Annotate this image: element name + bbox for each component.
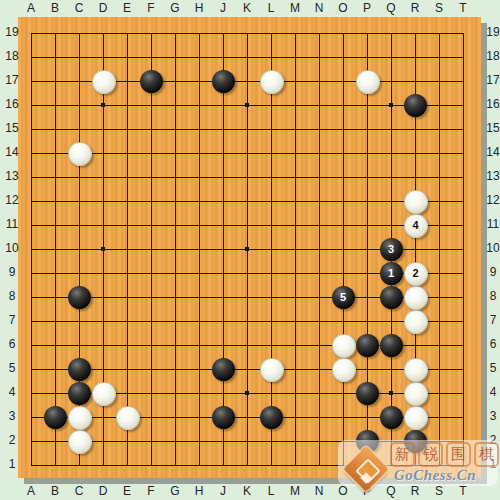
stone-white-R3[interactable] (404, 406, 428, 430)
coord-left-19: 19 (0, 25, 24, 40)
coord-bottom-S: S (427, 484, 451, 499)
stone-black-F17[interactable] (140, 70, 163, 93)
stone-black-J5[interactable] (212, 358, 235, 381)
coord-bottom-G: G (163, 484, 187, 499)
coord-top-D: D (91, 1, 115, 16)
coord-bottom-B: B (43, 484, 67, 499)
coord-right-12: 12 (481, 193, 500, 208)
coord-top-K: K (235, 1, 259, 16)
coord-left-16: 16 (0, 97, 24, 112)
coord-right-10: 10 (481, 241, 500, 256)
coord-left-15: 15 (0, 121, 24, 136)
coord-top-C: C (67, 1, 91, 16)
site-logo-icon (341, 444, 391, 494)
coord-bottom-M: M (283, 484, 307, 499)
stone-white-P17[interactable] (356, 70, 380, 94)
stone-black-P4[interactable] (356, 382, 379, 405)
stone-black-Q9[interactable]: 1 (380, 262, 403, 285)
coord-left-4: 4 (0, 385, 24, 400)
star-point-D16 (101, 103, 105, 107)
coord-left-8: 8 (0, 289, 24, 304)
coord-right-3: 3 (481, 409, 500, 424)
coord-top-B: B (43, 1, 67, 16)
coord-right-6: 6 (481, 337, 500, 352)
coord-left-9: 9 (0, 265, 24, 280)
coord-right-14: 14 (481, 145, 500, 160)
coord-top-F: F (139, 1, 163, 16)
move-number: 2 (412, 268, 418, 279)
coord-right-11: 11 (481, 217, 500, 232)
coord-bottom-J: J (211, 484, 235, 499)
coord-top-T: T (451, 1, 475, 16)
coord-bottom-E: E (115, 484, 139, 499)
stone-white-R8[interactable] (404, 286, 428, 310)
stone-white-C3[interactable] (68, 406, 92, 430)
stone-black-R16[interactable] (404, 94, 427, 117)
stone-white-E3[interactable] (116, 406, 140, 430)
coord-bottom-A: A (19, 484, 43, 499)
coord-right-18: 18 (481, 49, 500, 64)
stone-white-R9[interactable]: 2 (404, 262, 428, 286)
coord-top-E: E (115, 1, 139, 16)
go-board[interactable]: 31542 (18, 17, 481, 478)
stamp-char-4: 棋 (474, 442, 499, 467)
coord-top-H: H (187, 1, 211, 16)
move-number: 4 (412, 220, 418, 231)
coord-bottom-L: L (259, 484, 283, 499)
move-number: 3 (388, 244, 394, 255)
star-point-Q4 (389, 391, 393, 395)
move-number: 5 (340, 292, 346, 303)
coord-left-7: 7 (0, 313, 24, 328)
stone-white-R11[interactable]: 4 (404, 214, 428, 238)
coord-top-S: S (427, 1, 451, 16)
coord-right-16: 16 (481, 97, 500, 112)
coord-left-13: 13 (0, 169, 24, 184)
star-point-K16 (245, 103, 249, 107)
coord-bottom-N: N (307, 484, 331, 499)
coord-top-O: O (331, 1, 355, 16)
stone-white-R5[interactable] (404, 358, 428, 382)
go-board-page: 31542 AABBCCDDEEFFGGHHJJKKLLMMNNOOPPQQRR… (0, 0, 500, 500)
stone-white-D17[interactable] (92, 70, 116, 94)
coord-right-4: 4 (481, 385, 500, 400)
stone-white-O6[interactable] (332, 334, 356, 358)
coord-left-2: 2 (0, 433, 24, 448)
stone-black-B3[interactable] (44, 406, 67, 429)
coord-left-10: 10 (0, 241, 24, 256)
coord-left-11: 11 (0, 217, 24, 232)
coord-top-G: G (163, 1, 187, 16)
coord-left-18: 18 (0, 49, 24, 64)
coord-right-7: 7 (481, 313, 500, 328)
stone-black-J3[interactable] (212, 406, 235, 429)
stone-black-Q6[interactable] (380, 334, 403, 357)
coord-top-N: N (307, 1, 331, 16)
coord-left-3: 3 (0, 409, 24, 424)
stone-white-L17[interactable] (260, 70, 284, 94)
stone-black-J17[interactable] (212, 70, 235, 93)
watermark-stamps: 新锐围棋 (390, 442, 499, 467)
stone-white-L5[interactable] (260, 358, 284, 382)
coord-bottom-H: H (187, 484, 211, 499)
coord-top-P: P (355, 1, 379, 16)
stone-black-Q8[interactable] (380, 286, 403, 309)
coord-top-L: L (259, 1, 283, 16)
coord-left-5: 5 (0, 361, 24, 376)
coord-left-6: 6 (0, 337, 24, 352)
coord-left-1: 1 (0, 457, 24, 472)
coord-bottom-C: C (67, 484, 91, 499)
stone-black-Q3[interactable] (380, 406, 403, 429)
stone-black-C8[interactable] (68, 286, 91, 309)
coord-right-15: 15 (481, 121, 500, 136)
star-point-D10 (101, 247, 105, 251)
stone-black-Q10[interactable]: 3 (380, 238, 403, 261)
stone-white-R4[interactable] (404, 382, 428, 406)
stone-black-C4[interactable] (68, 382, 91, 405)
stamp-char-1: 新 (390, 442, 415, 467)
coord-right-17: 17 (481, 73, 500, 88)
stamp-char-2: 锐 (418, 442, 443, 467)
coord-right-9: 9 (481, 265, 500, 280)
coord-left-12: 12 (0, 193, 24, 208)
star-point-K10 (245, 247, 249, 251)
coord-bottom-T: T (451, 484, 475, 499)
star-point-K4 (245, 391, 249, 395)
stone-black-P6[interactable] (356, 334, 379, 357)
site-name: GoChess.Cn (394, 467, 498, 484)
stone-black-L3[interactable] (260, 406, 283, 429)
stone-white-R12[interactable] (404, 190, 428, 214)
coord-right-13: 13 (481, 169, 500, 184)
star-point-Q16 (389, 103, 393, 107)
stone-white-C2[interactable] (68, 430, 92, 454)
move-number: 1 (388, 268, 394, 279)
coord-top-M: M (283, 1, 307, 16)
coord-top-R: R (403, 1, 427, 16)
coord-bottom-K: K (235, 484, 259, 499)
coord-left-14: 14 (0, 145, 24, 160)
coord-left-17: 17 (0, 73, 24, 88)
stone-white-R7[interactable] (404, 310, 428, 334)
stone-white-O5[interactable] (332, 358, 356, 382)
stone-black-O8[interactable]: 5 (332, 286, 355, 309)
coord-right-19: 19 (481, 25, 500, 40)
coord-top-A: A (19, 1, 43, 16)
stone-white-D4[interactable] (92, 382, 116, 406)
coord-bottom-F: F (139, 484, 163, 499)
coord-bottom-D: D (91, 484, 115, 499)
coord-bottom-R: R (403, 484, 427, 499)
coord-right-5: 5 (481, 361, 500, 376)
stone-black-C5[interactable] (68, 358, 91, 381)
coord-right-8: 8 (481, 289, 500, 304)
coord-top-J: J (211, 1, 235, 16)
stamp-char-3: 围 (446, 442, 471, 467)
coord-top-Q: Q (379, 1, 403, 16)
stone-white-C14[interactable] (68, 142, 92, 166)
